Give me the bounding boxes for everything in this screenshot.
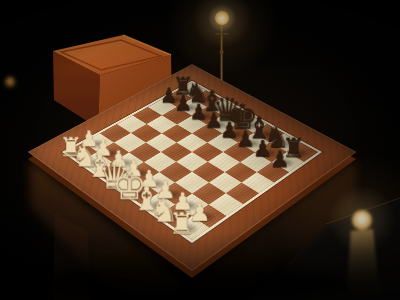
piece-black-pawn: ♟ (270, 148, 290, 171)
lamp-post-knob (220, 50, 224, 54)
square-h3 (209, 193, 243, 216)
square-h8: ♜ (286, 142, 317, 161)
bokeh-light-left (5, 77, 15, 87)
piece-white-rook: ♜ (168, 209, 194, 238)
foreground-lamp-core (358, 215, 367, 224)
lamp-crossbar (216, 33, 229, 35)
lamp-bulb (215, 11, 229, 25)
scene: ♜♞♝♛♚♝♞♜♟♟♟♟♟♟♟♟♟♟♟♟♟♟♟♟♜♞♝♛♚♝♞♜ (0, 0, 400, 300)
